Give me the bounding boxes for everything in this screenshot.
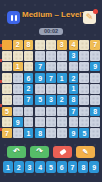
cell-r2c6[interactable] (57, 51, 67, 61)
cell-r8c5[interactable] (46, 117, 56, 127)
cell-r8c7[interactable] (69, 117, 79, 127)
cell-r9c1[interactable]: 7 (2, 128, 12, 138)
cell-r9c4[interactable]: 8 (35, 128, 45, 138)
cell-r9c5[interactable] (46, 128, 56, 138)
redo-icon: ↷ (36, 146, 43, 158)
cell-r3c3[interactable] (24, 62, 34, 72)
cell-r3c8[interactable] (79, 62, 89, 72)
pencil-icon: ✎ (83, 146, 89, 158)
cell-r9c7[interactable]: 9 (69, 128, 79, 138)
box-8: 8 (35, 107, 66, 138)
cell-r7c6[interactable] (57, 107, 67, 117)
cell-r3c6[interactable] (57, 62, 67, 72)
cell-r2c3[interactable] (24, 51, 34, 61)
left-edge-mark (0, 128, 2, 131)
cell-r4c3[interactable]: 6 (24, 73, 34, 83)
box-6: 218 (69, 73, 100, 104)
cell-r7c1[interactable]: 5 (2, 107, 12, 117)
box-5: 971532 (35, 73, 66, 104)
cell-r3c9[interactable]: 9 (90, 62, 100, 72)
numpad-key-6[interactable]: 6 (57, 161, 67, 173)
cell-r3c1[interactable] (2, 62, 12, 72)
notification-badge (93, 9, 98, 14)
timer-badge: 00:02 (39, 28, 63, 35)
cell-r9c2[interactable] (13, 128, 23, 138)
box-3: 4739 (69, 40, 100, 71)
cell-r6c1[interactable] (2, 95, 12, 105)
cell-r1c4[interactable] (35, 40, 45, 50)
box-9: 7895 (69, 107, 100, 138)
cell-r5c3[interactable]: 2 (24, 84, 34, 94)
cell-r1c3[interactable]: 8 (24, 40, 34, 50)
cell-r2c7[interactable]: 3 (69, 51, 79, 61)
cell-r6c4[interactable]: 5 (35, 95, 45, 105)
left-edge-mark (0, 59, 2, 62)
cell-r6c5[interactable]: 3 (46, 95, 56, 105)
cell-r7c5[interactable] (46, 107, 56, 117)
cell-r1c7[interactable]: 4 (69, 40, 79, 50)
cell-r4c5[interactable]: 7 (46, 73, 56, 83)
cell-r6c3[interactable]: 7 (24, 95, 34, 105)
header: Medium – Level7 00:02 (22, 11, 80, 37)
cell-r3c4[interactable]: 7 (35, 62, 45, 72)
action-bar: ↶ ↷ ✎ (7, 146, 95, 158)
pause-button[interactable] (7, 11, 20, 24)
cell-r7c9[interactable]: 8 (90, 107, 100, 117)
cell-r8c4[interactable] (35, 117, 45, 127)
cell-r7c3[interactable] (24, 107, 34, 117)
cell-r3c5[interactable] (46, 62, 56, 72)
cell-r2c9[interactable] (90, 51, 100, 61)
cell-r6c9[interactable] (90, 95, 100, 105)
cell-r9c8[interactable]: 5 (79, 128, 89, 138)
cell-r6c8[interactable] (79, 95, 89, 105)
sudoku-board: 281374739627971532218597187895 (2, 40, 100, 138)
left-edge-mark (0, 104, 2, 107)
cell-r4c1[interactable] (2, 73, 12, 83)
pencil-mode-button[interactable]: ✎ (76, 146, 95, 158)
numpad-key-4[interactable]: 4 (35, 161, 45, 173)
sudoku-app: Medium – Level7 00:02 ✎ 2813747396279715… (0, 0, 102, 182)
number-pad: 123456789 (3, 161, 99, 173)
redo-button[interactable]: ↷ (30, 146, 49, 158)
numpad-key-3[interactable]: 3 (25, 161, 35, 173)
cell-r8c1[interactable] (2, 117, 12, 127)
cell-r7c4[interactable] (35, 107, 45, 117)
box-7: 5971 (2, 107, 33, 138)
cell-r9c9[interactable] (90, 128, 100, 138)
undo-icon: ↶ (13, 146, 20, 158)
cell-r1c5[interactable] (46, 40, 56, 50)
cell-r2c4[interactable] (35, 51, 45, 61)
cell-r1c9[interactable]: 7 (90, 40, 100, 50)
left-edge-mark (0, 44, 2, 47)
cell-r4c4[interactable]: 9 (35, 73, 45, 83)
cell-r7c7[interactable]: 7 (69, 107, 79, 117)
undo-button[interactable]: ↶ (7, 146, 26, 158)
cell-r3c2[interactable]: 1 (13, 62, 23, 72)
numpad-key-2[interactable]: 2 (14, 161, 24, 173)
cell-r1c6[interactable]: 3 (57, 40, 67, 50)
cell-r1c2[interactable]: 2 (13, 40, 23, 50)
cell-r9c3[interactable]: 1 (24, 128, 34, 138)
cell-r8c6[interactable] (57, 117, 67, 127)
left-edge-mark (0, 80, 2, 83)
pencil-note-icon: ✎ (86, 13, 94, 22)
cell-r2c1[interactable] (2, 51, 12, 61)
page-title: Medium – Level7 (22, 11, 80, 19)
cell-r8c8[interactable] (79, 117, 89, 127)
cell-r6c7[interactable]: 8 (69, 95, 79, 105)
numpad-key-7[interactable]: 7 (68, 161, 78, 173)
cell-r5c9[interactable] (90, 84, 100, 94)
cell-r4c9[interactable] (90, 73, 100, 83)
cell-r8c3[interactable] (24, 117, 34, 127)
cell-r8c2[interactable]: 9 (13, 117, 23, 127)
cell-r4c2[interactable] (13, 73, 23, 83)
cell-r3c7[interactable] (69, 62, 79, 72)
cell-r2c2[interactable] (13, 51, 23, 61)
numpad-key-1[interactable]: 1 (3, 161, 13, 173)
cell-r1c1[interactable] (2, 40, 12, 50)
box-2: 37 (35, 40, 66, 71)
cell-r2c5[interactable] (46, 51, 56, 61)
cell-r5c4[interactable] (35, 84, 45, 94)
cell-r7c2[interactable] (13, 107, 23, 117)
numpad-key-9[interactable]: 9 (89, 161, 99, 173)
cell-r7c8[interactable] (79, 107, 89, 117)
box-4: 627 (2, 73, 33, 104)
numpad-key-5[interactable]: 5 (46, 161, 56, 173)
cell-r5c7[interactable]: 1 (69, 84, 79, 94)
cell-r4c6[interactable]: 1 (57, 73, 67, 83)
cell-r5c5[interactable] (46, 84, 56, 94)
cell-r5c2[interactable] (13, 84, 23, 94)
cell-r5c8[interactable] (79, 84, 89, 94)
notes-button[interactable]: ✎ (83, 11, 96, 24)
cell-r2c8[interactable] (79, 51, 89, 61)
cell-r9c6[interactable] (57, 128, 67, 138)
pause-icon (15, 15, 17, 21)
cell-r4c7[interactable]: 2 (69, 73, 79, 83)
cell-r6c6[interactable]: 2 (57, 95, 67, 105)
cell-r5c6[interactable] (57, 84, 67, 94)
box-1: 281 (2, 40, 33, 71)
cell-r5c1[interactable] (2, 84, 12, 94)
pause-icon (11, 15, 13, 21)
cell-r4c8[interactable] (79, 73, 89, 83)
erase-button[interactable] (53, 146, 72, 158)
cell-r1c8[interactable] (79, 40, 89, 50)
numpad-key-8[interactable]: 8 (78, 161, 88, 173)
cell-r8c9[interactable] (90, 117, 100, 127)
eraser-icon (59, 149, 66, 156)
cell-r6c2[interactable] (13, 95, 23, 105)
